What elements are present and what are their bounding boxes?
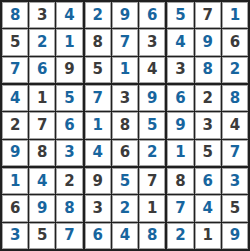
cell-r9c1[interactable]: 3 xyxy=(2,223,28,249)
cell-r2c2[interactable]: 2 xyxy=(29,29,55,55)
cell-r3c7[interactable]: 3 xyxy=(167,57,193,83)
sudoku-board: 8345217692968735145714963824152769837391… xyxy=(0,0,250,251)
cell-r5c3[interactable]: 6 xyxy=(56,112,82,138)
cell-r4c2[interactable]: 1 xyxy=(29,85,55,111)
cell-r7c1[interactable]: 1 xyxy=(2,168,28,194)
cell-r4c1[interactable]: 4 xyxy=(2,85,28,111)
cell-r4c5[interactable]: 3 xyxy=(112,85,138,111)
cell-r3c9[interactable]: 2 xyxy=(222,57,248,83)
cell-r4c3[interactable]: 5 xyxy=(56,85,82,111)
cell-r9c8[interactable]: 1 xyxy=(195,223,221,249)
cell-r8c2[interactable]: 9 xyxy=(29,195,55,221)
cell-r1c1[interactable]: 8 xyxy=(2,2,28,28)
cell-r1c9[interactable]: 1 xyxy=(222,2,248,28)
cell-r2c4[interactable]: 8 xyxy=(85,29,111,55)
sudoku-box-3: 571496382 xyxy=(167,2,248,83)
cell-r4c7[interactable]: 6 xyxy=(167,85,193,111)
cell-r6c9[interactable]: 7 xyxy=(222,140,248,166)
cell-r3c1[interactable]: 7 xyxy=(2,57,28,83)
cell-r8c6[interactable]: 1 xyxy=(139,195,165,221)
cell-r1c8[interactable]: 7 xyxy=(195,2,221,28)
cell-r9c9[interactable]: 9 xyxy=(222,223,248,249)
cell-r1c4[interactable]: 2 xyxy=(85,2,111,28)
sudoku-box-8: 957321648 xyxy=(85,168,166,249)
cell-r7c7[interactable]: 8 xyxy=(167,168,193,194)
cell-r7c5[interactable]: 5 xyxy=(112,168,138,194)
cell-r4c8[interactable]: 2 xyxy=(195,85,221,111)
cell-r5c8[interactable]: 3 xyxy=(195,112,221,138)
cell-r6c6[interactable]: 2 xyxy=(139,140,165,166)
sudoku-box-9: 863745219 xyxy=(167,168,248,249)
cell-r8c5[interactable]: 2 xyxy=(112,195,138,221)
cell-r6c5[interactable]: 6 xyxy=(112,140,138,166)
cell-r9c6[interactable]: 8 xyxy=(139,223,165,249)
cell-r7c2[interactable]: 4 xyxy=(29,168,55,194)
cell-r2c7[interactable]: 4 xyxy=(167,29,193,55)
cell-r7c9[interactable]: 3 xyxy=(222,168,248,194)
cell-r2c5[interactable]: 7 xyxy=(112,29,138,55)
sudoku-box-6: 628934157 xyxy=(167,85,248,166)
cell-r6c4[interactable]: 4 xyxy=(85,140,111,166)
cell-r4c6[interactable]: 9 xyxy=(139,85,165,111)
cell-r7c8[interactable]: 6 xyxy=(195,168,221,194)
cell-r3c6[interactable]: 4 xyxy=(139,57,165,83)
cell-r2c8[interactable]: 9 xyxy=(195,29,221,55)
cell-r8c4[interactable]: 3 xyxy=(85,195,111,221)
cell-r6c2[interactable]: 8 xyxy=(29,140,55,166)
cell-r5c4[interactable]: 1 xyxy=(85,112,111,138)
sudoku-box-2: 296873514 xyxy=(85,2,166,83)
cell-r9c2[interactable]: 5 xyxy=(29,223,55,249)
cell-r8c9[interactable]: 5 xyxy=(222,195,248,221)
sudoku-box-1: 834521769 xyxy=(2,2,83,83)
cell-r7c4[interactable]: 9 xyxy=(85,168,111,194)
cell-r5c2[interactable]: 7 xyxy=(29,112,55,138)
cell-r7c3[interactable]: 2 xyxy=(56,168,82,194)
cell-r2c9[interactable]: 6 xyxy=(222,29,248,55)
cell-r4c9[interactable]: 8 xyxy=(222,85,248,111)
cell-r2c1[interactable]: 5 xyxy=(2,29,28,55)
cell-r3c5[interactable]: 1 xyxy=(112,57,138,83)
cell-r1c3[interactable]: 4 xyxy=(56,2,82,28)
cell-r2c3[interactable]: 1 xyxy=(56,29,82,55)
cell-r1c7[interactable]: 5 xyxy=(167,2,193,28)
cell-r8c7[interactable]: 7 xyxy=(167,195,193,221)
cell-r6c7[interactable]: 1 xyxy=(167,140,193,166)
cell-r9c7[interactable]: 2 xyxy=(167,223,193,249)
cell-r3c3[interactable]: 9 xyxy=(56,57,82,83)
cell-r6c3[interactable]: 3 xyxy=(56,140,82,166)
cell-r2c6[interactable]: 3 xyxy=(139,29,165,55)
cell-r5c1[interactable]: 2 xyxy=(2,112,28,138)
cell-r5c9[interactable]: 4 xyxy=(222,112,248,138)
cell-r3c8[interactable]: 8 xyxy=(195,57,221,83)
cell-r5c5[interactable]: 8 xyxy=(112,112,138,138)
cell-r1c2[interactable]: 3 xyxy=(29,2,55,28)
cell-r5c6[interactable]: 5 xyxy=(139,112,165,138)
sudoku-box-4: 415276983 xyxy=(2,85,83,166)
cell-r9c5[interactable]: 4 xyxy=(112,223,138,249)
sudoku-box-5: 739185462 xyxy=(85,85,166,166)
cell-r1c5[interactable]: 9 xyxy=(112,2,138,28)
sudoku-box-7: 142698357 xyxy=(2,168,83,249)
cell-r8c8[interactable]: 4 xyxy=(195,195,221,221)
cell-r5c7[interactable]: 9 xyxy=(167,112,193,138)
cell-r3c2[interactable]: 6 xyxy=(29,57,55,83)
cell-r4c4[interactable]: 7 xyxy=(85,85,111,111)
cell-r6c8[interactable]: 5 xyxy=(195,140,221,166)
cell-r1c6[interactable]: 6 xyxy=(139,2,165,28)
cell-r7c6[interactable]: 7 xyxy=(139,168,165,194)
cell-r9c3[interactable]: 7 xyxy=(56,223,82,249)
cell-r8c3[interactable]: 8 xyxy=(56,195,82,221)
cell-r9c4[interactable]: 6 xyxy=(85,223,111,249)
cell-r6c1[interactable]: 9 xyxy=(2,140,28,166)
cell-r3c4[interactable]: 5 xyxy=(85,57,111,83)
cell-r8c1[interactable]: 6 xyxy=(2,195,28,221)
